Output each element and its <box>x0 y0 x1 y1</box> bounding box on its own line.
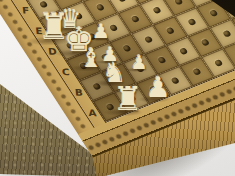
white-pawn[interactable]: ♟ <box>92 21 110 41</box>
white-rook[interactable]: ♜ <box>113 82 143 115</box>
white-pawn[interactable]: ♟ <box>130 53 147 72</box>
white-pawn[interactable]: ♟ <box>145 74 170 102</box>
photo-chess-box: ABCDEFGH ♜♛♚♟♝♟♞♟♜♟ <box>0 0 235 176</box>
piece-layer: ♜♛♚♟♝♟♞♟♜♟ <box>0 0 235 176</box>
white-bishop[interactable]: ♝ <box>79 45 102 71</box>
